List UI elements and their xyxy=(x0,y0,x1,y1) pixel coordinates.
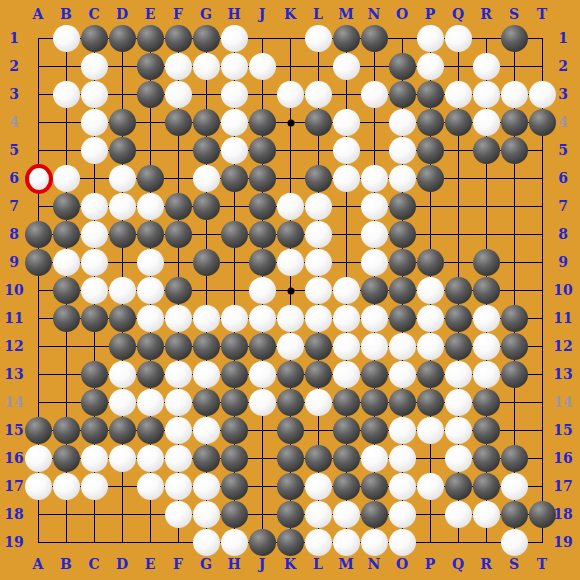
point-L9[interactable] xyxy=(305,249,333,277)
point-T1[interactable] xyxy=(529,25,557,53)
point-E17[interactable] xyxy=(137,473,165,501)
point-B9[interactable] xyxy=(53,249,81,277)
point-P6[interactable] xyxy=(417,165,445,193)
point-O4[interactable] xyxy=(389,109,417,137)
point-Q8[interactable] xyxy=(445,221,473,249)
point-Q10[interactable] xyxy=(445,277,473,305)
point-T10[interactable] xyxy=(529,277,557,305)
point-N3[interactable] xyxy=(361,81,389,109)
point-H14[interactable] xyxy=(221,389,249,417)
point-L11[interactable] xyxy=(305,305,333,333)
point-D13[interactable] xyxy=(109,361,137,389)
point-C12[interactable] xyxy=(81,333,109,361)
point-M16[interactable] xyxy=(333,445,361,473)
point-O9[interactable] xyxy=(389,249,417,277)
point-Q6[interactable] xyxy=(445,165,473,193)
point-T15[interactable] xyxy=(529,417,557,445)
point-A6[interactable] xyxy=(25,165,53,193)
point-C9[interactable] xyxy=(81,249,109,277)
point-D2[interactable] xyxy=(109,53,137,81)
point-L1[interactable] xyxy=(305,25,333,53)
point-C1[interactable] xyxy=(81,25,109,53)
point-B13[interactable] xyxy=(53,361,81,389)
point-N8[interactable] xyxy=(361,221,389,249)
point-Q13[interactable] xyxy=(445,361,473,389)
point-B4[interactable] xyxy=(53,109,81,137)
point-N18[interactable] xyxy=(361,501,389,529)
point-N17[interactable] xyxy=(361,473,389,501)
point-D14[interactable] xyxy=(109,389,137,417)
point-E12[interactable] xyxy=(137,333,165,361)
point-O8[interactable] xyxy=(389,221,417,249)
point-H10[interactable] xyxy=(221,277,249,305)
point-K14[interactable] xyxy=(277,389,305,417)
point-G7[interactable] xyxy=(193,193,221,221)
point-D16[interactable] xyxy=(109,445,137,473)
point-A9[interactable] xyxy=(25,249,53,277)
point-F1[interactable] xyxy=(165,25,193,53)
point-D4[interactable] xyxy=(109,109,137,137)
point-O12[interactable] xyxy=(389,333,417,361)
point-B15[interactable] xyxy=(53,417,81,445)
point-A11[interactable] xyxy=(25,305,53,333)
point-N4[interactable] xyxy=(361,109,389,137)
point-G18[interactable] xyxy=(193,501,221,529)
point-L2[interactable] xyxy=(305,53,333,81)
point-D15[interactable] xyxy=(109,417,137,445)
point-S8[interactable] xyxy=(501,221,529,249)
point-K19[interactable] xyxy=(277,529,305,557)
point-G3[interactable] xyxy=(193,81,221,109)
point-P16[interactable] xyxy=(417,445,445,473)
point-M17[interactable] xyxy=(333,473,361,501)
point-C7[interactable] xyxy=(81,193,109,221)
point-G4[interactable] xyxy=(193,109,221,137)
point-M11[interactable] xyxy=(333,305,361,333)
point-O10[interactable] xyxy=(389,277,417,305)
point-O18[interactable] xyxy=(389,501,417,529)
point-R6[interactable] xyxy=(473,165,501,193)
point-N15[interactable] xyxy=(361,417,389,445)
point-D17[interactable] xyxy=(109,473,137,501)
point-D12[interactable] xyxy=(109,333,137,361)
point-H6[interactable] xyxy=(221,165,249,193)
point-L13[interactable] xyxy=(305,361,333,389)
point-J2[interactable] xyxy=(249,53,277,81)
point-E7[interactable] xyxy=(137,193,165,221)
point-G16[interactable] xyxy=(193,445,221,473)
point-H4[interactable] xyxy=(221,109,249,137)
point-C19[interactable] xyxy=(81,529,109,557)
point-M3[interactable] xyxy=(333,81,361,109)
point-E18[interactable] xyxy=(137,501,165,529)
point-S18[interactable] xyxy=(501,501,529,529)
point-B8[interactable] xyxy=(53,221,81,249)
point-K11[interactable] xyxy=(277,305,305,333)
point-E14[interactable] xyxy=(137,389,165,417)
point-J1[interactable] xyxy=(249,25,277,53)
point-G6[interactable] xyxy=(193,165,221,193)
point-T4[interactable] xyxy=(529,109,557,137)
point-H7[interactable] xyxy=(221,193,249,221)
point-L7[interactable] xyxy=(305,193,333,221)
point-M5[interactable] xyxy=(333,137,361,165)
point-L10[interactable] xyxy=(305,277,333,305)
point-G11[interactable] xyxy=(193,305,221,333)
point-A15[interactable] xyxy=(25,417,53,445)
point-B14[interactable] xyxy=(53,389,81,417)
point-J12[interactable] xyxy=(249,333,277,361)
point-S2[interactable] xyxy=(501,53,529,81)
point-D1[interactable] xyxy=(109,25,137,53)
point-Q16[interactable] xyxy=(445,445,473,473)
point-B11[interactable] xyxy=(53,305,81,333)
point-S15[interactable] xyxy=(501,417,529,445)
point-P11[interactable] xyxy=(417,305,445,333)
point-A1[interactable] xyxy=(25,25,53,53)
point-E16[interactable] xyxy=(137,445,165,473)
point-K15[interactable] xyxy=(277,417,305,445)
point-P8[interactable] xyxy=(417,221,445,249)
point-A13[interactable] xyxy=(25,361,53,389)
point-S10[interactable] xyxy=(501,277,529,305)
point-D5[interactable] xyxy=(109,137,137,165)
point-L17[interactable] xyxy=(305,473,333,501)
point-F15[interactable] xyxy=(165,417,193,445)
point-M6[interactable] xyxy=(333,165,361,193)
point-O2[interactable] xyxy=(389,53,417,81)
point-P4[interactable] xyxy=(417,109,445,137)
point-R3[interactable] xyxy=(473,81,501,109)
point-N12[interactable] xyxy=(361,333,389,361)
point-M18[interactable] xyxy=(333,501,361,529)
point-B3[interactable] xyxy=(53,81,81,109)
point-H19[interactable] xyxy=(221,529,249,557)
point-D3[interactable] xyxy=(109,81,137,109)
point-H5[interactable] xyxy=(221,137,249,165)
point-Q11[interactable] xyxy=(445,305,473,333)
point-A16[interactable] xyxy=(25,445,53,473)
point-C5[interactable] xyxy=(81,137,109,165)
point-F11[interactable] xyxy=(165,305,193,333)
point-E5[interactable] xyxy=(137,137,165,165)
point-S11[interactable] xyxy=(501,305,529,333)
point-E19[interactable] xyxy=(137,529,165,557)
point-G5[interactable] xyxy=(193,137,221,165)
point-Q19[interactable] xyxy=(445,529,473,557)
point-A5[interactable] xyxy=(25,137,53,165)
point-J5[interactable] xyxy=(249,137,277,165)
point-Q1[interactable] xyxy=(445,25,473,53)
point-C18[interactable] xyxy=(81,501,109,529)
point-L4[interactable] xyxy=(305,109,333,137)
point-T16[interactable] xyxy=(529,445,557,473)
point-H15[interactable] xyxy=(221,417,249,445)
point-G17[interactable] xyxy=(193,473,221,501)
point-N7[interactable] xyxy=(361,193,389,221)
point-N14[interactable] xyxy=(361,389,389,417)
point-J4[interactable] xyxy=(249,109,277,137)
point-B12[interactable] xyxy=(53,333,81,361)
point-N13[interactable] xyxy=(361,361,389,389)
point-M10[interactable] xyxy=(333,277,361,305)
point-P17[interactable] xyxy=(417,473,445,501)
point-T6[interactable] xyxy=(529,165,557,193)
point-T8[interactable] xyxy=(529,221,557,249)
point-S6[interactable] xyxy=(501,165,529,193)
point-O6[interactable] xyxy=(389,165,417,193)
point-M12[interactable] xyxy=(333,333,361,361)
point-L6[interactable] xyxy=(305,165,333,193)
point-T18[interactable] xyxy=(529,501,557,529)
point-P19[interactable] xyxy=(417,529,445,557)
point-P14[interactable] xyxy=(417,389,445,417)
point-P5[interactable] xyxy=(417,137,445,165)
point-L12[interactable] xyxy=(305,333,333,361)
point-D9[interactable] xyxy=(109,249,137,277)
point-N1[interactable] xyxy=(361,25,389,53)
point-F12[interactable] xyxy=(165,333,193,361)
point-O17[interactable] xyxy=(389,473,417,501)
point-J10[interactable] xyxy=(249,277,277,305)
point-A18[interactable] xyxy=(25,501,53,529)
point-Q17[interactable] xyxy=(445,473,473,501)
point-J19[interactable] xyxy=(249,529,277,557)
point-Q5[interactable] xyxy=(445,137,473,165)
point-C17[interactable] xyxy=(81,473,109,501)
point-T17[interactable] xyxy=(529,473,557,501)
point-F8[interactable] xyxy=(165,221,193,249)
point-J18[interactable] xyxy=(249,501,277,529)
point-F19[interactable] xyxy=(165,529,193,557)
point-M19[interactable] xyxy=(333,529,361,557)
point-R11[interactable] xyxy=(473,305,501,333)
point-S4[interactable] xyxy=(501,109,529,137)
point-F7[interactable] xyxy=(165,193,193,221)
point-H11[interactable] xyxy=(221,305,249,333)
point-S1[interactable] xyxy=(501,25,529,53)
point-C11[interactable] xyxy=(81,305,109,333)
point-R10[interactable] xyxy=(473,277,501,305)
point-D10[interactable] xyxy=(109,277,137,305)
point-H16[interactable] xyxy=(221,445,249,473)
point-J6[interactable] xyxy=(249,165,277,193)
point-K4[interactable] xyxy=(277,109,305,137)
point-B1[interactable] xyxy=(53,25,81,53)
point-G1[interactable] xyxy=(193,25,221,53)
point-J17[interactable] xyxy=(249,473,277,501)
point-R12[interactable] xyxy=(473,333,501,361)
point-E10[interactable] xyxy=(137,277,165,305)
point-S9[interactable] xyxy=(501,249,529,277)
point-J7[interactable] xyxy=(249,193,277,221)
point-K18[interactable] xyxy=(277,501,305,529)
point-A17[interactable] xyxy=(25,473,53,501)
point-E9[interactable] xyxy=(137,249,165,277)
point-N19[interactable] xyxy=(361,529,389,557)
point-E4[interactable] xyxy=(137,109,165,137)
point-K9[interactable] xyxy=(277,249,305,277)
point-T14[interactable] xyxy=(529,389,557,417)
point-N11[interactable] xyxy=(361,305,389,333)
point-B19[interactable] xyxy=(53,529,81,557)
point-R1[interactable] xyxy=(473,25,501,53)
point-E3[interactable] xyxy=(137,81,165,109)
point-T12[interactable] xyxy=(529,333,557,361)
point-S5[interactable] xyxy=(501,137,529,165)
point-D6[interactable] xyxy=(109,165,137,193)
point-A12[interactable] xyxy=(25,333,53,361)
point-R8[interactable] xyxy=(473,221,501,249)
point-H12[interactable] xyxy=(221,333,249,361)
point-P10[interactable] xyxy=(417,277,445,305)
point-H8[interactable] xyxy=(221,221,249,249)
point-F5[interactable] xyxy=(165,137,193,165)
point-B6[interactable] xyxy=(53,165,81,193)
point-E11[interactable] xyxy=(137,305,165,333)
point-P1[interactable] xyxy=(417,25,445,53)
point-R15[interactable] xyxy=(473,417,501,445)
point-J14[interactable] xyxy=(249,389,277,417)
point-O14[interactable] xyxy=(389,389,417,417)
point-H1[interactable] xyxy=(221,25,249,53)
point-C4[interactable] xyxy=(81,109,109,137)
point-F4[interactable] xyxy=(165,109,193,137)
point-G15[interactable] xyxy=(193,417,221,445)
point-M1[interactable] xyxy=(333,25,361,53)
point-O5[interactable] xyxy=(389,137,417,165)
point-F9[interactable] xyxy=(165,249,193,277)
point-F18[interactable] xyxy=(165,501,193,529)
point-S17[interactable] xyxy=(501,473,529,501)
point-T3[interactable] xyxy=(529,81,557,109)
point-T5[interactable] xyxy=(529,137,557,165)
point-K17[interactable] xyxy=(277,473,305,501)
point-H2[interactable] xyxy=(221,53,249,81)
point-S19[interactable] xyxy=(501,529,529,557)
point-P2[interactable] xyxy=(417,53,445,81)
point-D18[interactable] xyxy=(109,501,137,529)
point-A19[interactable] xyxy=(25,529,53,557)
point-R4[interactable] xyxy=(473,109,501,137)
point-R14[interactable] xyxy=(473,389,501,417)
point-H13[interactable] xyxy=(221,361,249,389)
point-F17[interactable] xyxy=(165,473,193,501)
point-L15[interactable] xyxy=(305,417,333,445)
point-L18[interactable] xyxy=(305,501,333,529)
point-O15[interactable] xyxy=(389,417,417,445)
point-K3[interactable] xyxy=(277,81,305,109)
point-Q14[interactable] xyxy=(445,389,473,417)
point-K10[interactable] xyxy=(277,277,305,305)
point-K1[interactable] xyxy=(277,25,305,53)
point-D19[interactable] xyxy=(109,529,137,557)
point-A14[interactable] xyxy=(25,389,53,417)
point-C14[interactable] xyxy=(81,389,109,417)
point-T11[interactable] xyxy=(529,305,557,333)
point-O3[interactable] xyxy=(389,81,417,109)
point-M15[interactable] xyxy=(333,417,361,445)
point-P15[interactable] xyxy=(417,417,445,445)
point-R7[interactable] xyxy=(473,193,501,221)
point-S7[interactable] xyxy=(501,193,529,221)
point-B18[interactable] xyxy=(53,501,81,529)
point-O19[interactable] xyxy=(389,529,417,557)
point-G2[interactable] xyxy=(193,53,221,81)
point-G8[interactable] xyxy=(193,221,221,249)
point-J8[interactable] xyxy=(249,221,277,249)
point-C2[interactable] xyxy=(81,53,109,81)
point-C6[interactable] xyxy=(81,165,109,193)
point-Q15[interactable] xyxy=(445,417,473,445)
point-R17[interactable] xyxy=(473,473,501,501)
point-C15[interactable] xyxy=(81,417,109,445)
point-M4[interactable] xyxy=(333,109,361,137)
point-C16[interactable] xyxy=(81,445,109,473)
point-P9[interactable] xyxy=(417,249,445,277)
point-C3[interactable] xyxy=(81,81,109,109)
point-A3[interactable] xyxy=(25,81,53,109)
point-D7[interactable] xyxy=(109,193,137,221)
point-N9[interactable] xyxy=(361,249,389,277)
point-H17[interactable] xyxy=(221,473,249,501)
point-M14[interactable] xyxy=(333,389,361,417)
point-J16[interactable] xyxy=(249,445,277,473)
point-D8[interactable] xyxy=(109,221,137,249)
point-L5[interactable] xyxy=(305,137,333,165)
point-E6[interactable] xyxy=(137,165,165,193)
point-H3[interactable] xyxy=(221,81,249,109)
point-G19[interactable] xyxy=(193,529,221,557)
point-O7[interactable] xyxy=(389,193,417,221)
point-Q7[interactable] xyxy=(445,193,473,221)
point-J3[interactable] xyxy=(249,81,277,109)
point-M8[interactable] xyxy=(333,221,361,249)
point-F10[interactable] xyxy=(165,277,193,305)
point-G10[interactable] xyxy=(193,277,221,305)
point-C10[interactable] xyxy=(81,277,109,305)
point-N10[interactable] xyxy=(361,277,389,305)
point-R9[interactable] xyxy=(473,249,501,277)
point-P3[interactable] xyxy=(417,81,445,109)
point-D11[interactable] xyxy=(109,305,137,333)
point-R2[interactable] xyxy=(473,53,501,81)
point-E2[interactable] xyxy=(137,53,165,81)
point-B7[interactable] xyxy=(53,193,81,221)
point-L16[interactable] xyxy=(305,445,333,473)
point-K7[interactable] xyxy=(277,193,305,221)
point-E15[interactable] xyxy=(137,417,165,445)
point-S3[interactable] xyxy=(501,81,529,109)
point-M7[interactable] xyxy=(333,193,361,221)
point-T9[interactable] xyxy=(529,249,557,277)
point-P18[interactable] xyxy=(417,501,445,529)
point-F13[interactable] xyxy=(165,361,193,389)
point-K13[interactable] xyxy=(277,361,305,389)
point-F6[interactable] xyxy=(165,165,193,193)
point-M13[interactable] xyxy=(333,361,361,389)
point-J15[interactable] xyxy=(249,417,277,445)
point-T19[interactable] xyxy=(529,529,557,557)
point-H18[interactable] xyxy=(221,501,249,529)
point-Q2[interactable] xyxy=(445,53,473,81)
point-L19[interactable] xyxy=(305,529,333,557)
point-P7[interactable] xyxy=(417,193,445,221)
point-J11[interactable] xyxy=(249,305,277,333)
point-R19[interactable] xyxy=(473,529,501,557)
point-A10[interactable] xyxy=(25,277,53,305)
point-O13[interactable] xyxy=(389,361,417,389)
